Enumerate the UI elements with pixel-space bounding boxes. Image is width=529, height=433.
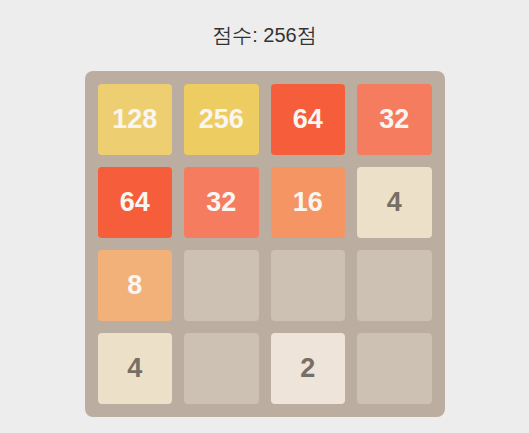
empty-cell <box>184 250 259 321</box>
tile-32: 32 <box>184 167 259 238</box>
tile-2: 2 <box>271 333 346 404</box>
tile-8: 8 <box>98 250 173 321</box>
empty-cell <box>357 333 432 404</box>
board-2048[interactable]: 12825664326432164842 <box>85 71 445 417</box>
tile-128: 128 <box>98 84 173 155</box>
tile-4: 4 <box>357 167 432 238</box>
empty-cell <box>184 333 259 404</box>
empty-cell <box>271 250 346 321</box>
tile-64: 64 <box>98 167 173 238</box>
tile-256: 256 <box>184 84 259 155</box>
tile-16: 16 <box>271 167 346 238</box>
tile-32: 32 <box>357 84 432 155</box>
tile-4: 4 <box>98 333 173 404</box>
empty-cell <box>357 250 432 321</box>
score-label: 점수: 256점 <box>0 0 529 71</box>
tile-64: 64 <box>271 84 346 155</box>
